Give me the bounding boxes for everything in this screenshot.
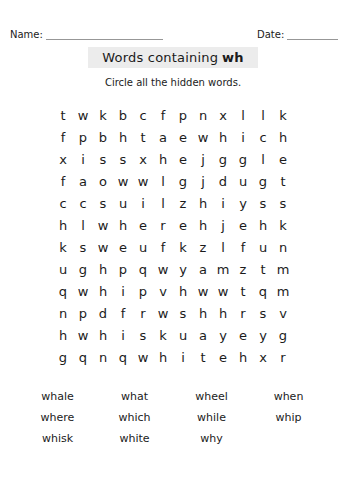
word-list-item: wheel bbox=[173, 386, 250, 407]
grid-cell-r7c9[interactable]: l bbox=[213, 236, 233, 258]
grid-cell-r3c3[interactable]: s bbox=[93, 148, 113, 170]
grid-cell-r10c4[interactable]: f bbox=[113, 302, 133, 324]
grid-cell-r12c2[interactable]: q bbox=[73, 346, 93, 368]
grid-cell-r9c3[interactable]: h bbox=[93, 280, 113, 302]
grid-cell-r7c1[interactable]: k bbox=[53, 236, 73, 258]
grid-cell-r4c5[interactable]: w bbox=[133, 170, 153, 192]
grid-cell-r8c10[interactable]: z bbox=[233, 258, 253, 280]
grid-cell-r2c11[interactable]: c bbox=[253, 126, 273, 148]
grid-cell-r1c12[interactable]: k bbox=[273, 104, 293, 126]
grid-cell-r5c1[interactable]: c bbox=[53, 192, 73, 214]
grid-cell-r1c5[interactable]: c bbox=[133, 104, 153, 126]
title-prefix: Words containing bbox=[102, 50, 218, 65]
grid-cell-r3c9[interactable]: g bbox=[213, 148, 233, 170]
grid-cell-r11c11[interactable]: y bbox=[253, 324, 273, 346]
word-list-item: white bbox=[96, 428, 173, 449]
grid-cell-r9c5[interactable]: p bbox=[133, 280, 153, 302]
instruction-text: Circle all the hidden words. bbox=[0, 77, 346, 88]
grid-cell-r8c12[interactable]: m bbox=[273, 258, 293, 280]
grid-cell-r10c8[interactable]: h bbox=[193, 302, 213, 324]
grid-cell-r10c3[interactable]: d bbox=[93, 302, 113, 324]
grid-cell-r9c7[interactable]: h bbox=[173, 280, 193, 302]
grid-cell-r7c2[interactable]: s bbox=[73, 236, 93, 258]
grid-cell-r9c2[interactable]: w bbox=[73, 280, 93, 302]
grid-cell-r6c11[interactable]: h bbox=[253, 214, 273, 236]
grid-cell-r9c6[interactable]: v bbox=[153, 280, 173, 302]
grid-cell-r2c6[interactable]: a bbox=[153, 126, 173, 148]
grid-cell-r5c2[interactable]: c bbox=[73, 192, 93, 214]
grid-cell-r10c11[interactable]: s bbox=[253, 302, 273, 324]
grid-cell-r12c9[interactable]: e bbox=[213, 346, 233, 368]
grid-cell-r7c11[interactable]: u bbox=[253, 236, 273, 258]
date-input-line[interactable] bbox=[287, 28, 338, 40]
grid-cell-r11c6[interactable]: k bbox=[153, 324, 173, 346]
grid-cell-r3c12[interactable]: e bbox=[273, 148, 293, 170]
grid-cell-r5c11[interactable]: s bbox=[253, 192, 273, 214]
grid-cell-r8c11[interactable]: t bbox=[253, 258, 273, 280]
grid-cell-r5c8[interactable]: h bbox=[193, 192, 213, 214]
grid-cell-r6c1[interactable]: h bbox=[53, 214, 73, 236]
grid-cell-r1c6[interactable]: f bbox=[153, 104, 173, 126]
grid-cell-r7c7[interactable]: k bbox=[173, 236, 193, 258]
grid-cell-r12c7[interactable]: i bbox=[173, 346, 193, 368]
grid-cell-r2c8[interactable]: w bbox=[193, 126, 213, 148]
grid-cell-r11c12[interactable]: g bbox=[273, 324, 293, 346]
grid-cell-r8c1[interactable]: u bbox=[53, 258, 73, 280]
word-list-item: where bbox=[19, 407, 96, 428]
grid-cell-r11c3[interactable]: h bbox=[93, 324, 113, 346]
grid-cell-r1c11[interactable]: l bbox=[253, 104, 273, 126]
grid-cell-r12c4[interactable]: q bbox=[113, 346, 133, 368]
grid-cell-r12c3[interactable]: n bbox=[93, 346, 113, 368]
word-list-item: what bbox=[96, 386, 173, 407]
date-field: Date: bbox=[257, 28, 338, 40]
word-list: whalewhatwheelwhenwherewhichwhilewhipwhi… bbox=[19, 386, 327, 449]
page-title: Words containingwh bbox=[88, 47, 257, 68]
grid-cell-r6c4[interactable]: h bbox=[113, 214, 133, 236]
grid-cell-r3c1[interactable]: x bbox=[53, 148, 73, 170]
grid-cell-r3c8[interactable]: j bbox=[193, 148, 213, 170]
grid-cell-r7c12[interactable]: n bbox=[273, 236, 293, 258]
grid-cell-r7c4[interactable]: e bbox=[113, 236, 133, 258]
grid-cell-r4c10[interactable]: u bbox=[233, 170, 253, 192]
grid-cell-r1c1[interactable]: t bbox=[53, 104, 73, 126]
title-bold-wh: wh bbox=[222, 50, 244, 65]
grid-cell-r9c9[interactable]: w bbox=[213, 280, 233, 302]
grid-cell-r6c7[interactable]: e bbox=[173, 214, 193, 236]
grid-cell-r4c9[interactable]: d bbox=[213, 170, 233, 192]
grid-cell-r3c7[interactable]: e bbox=[173, 148, 193, 170]
grid-cell-r5c12[interactable]: s bbox=[273, 192, 293, 214]
grid-cell-r2c3[interactable]: b bbox=[93, 126, 113, 148]
grid-cell-r4c7[interactable]: g bbox=[173, 170, 193, 192]
grid-cell-r1c2[interactable]: w bbox=[73, 104, 93, 126]
name-label: Name: bbox=[10, 29, 43, 40]
grid-cell-r7c3[interactable]: w bbox=[93, 236, 113, 258]
grid-cell-r10c12[interactable]: v bbox=[273, 302, 293, 324]
grid-cell-r3c4[interactable]: s bbox=[113, 148, 133, 170]
grid-cell-r6c3[interactable]: w bbox=[93, 214, 113, 236]
word-list-item: while bbox=[173, 407, 250, 428]
grid-cell-r6c8[interactable]: h bbox=[193, 214, 213, 236]
grid-cell-r3c2[interactable]: i bbox=[73, 148, 93, 170]
grid-cell-r12c8[interactable]: t bbox=[193, 346, 213, 368]
grid-cell-r9c8[interactable]: w bbox=[193, 280, 213, 302]
grid-cell-r2c10[interactable]: i bbox=[233, 126, 253, 148]
grid-cell-r3c6[interactable]: h bbox=[153, 148, 173, 170]
grid-cell-r9c1[interactable]: q bbox=[53, 280, 73, 302]
grid-cell-r10c7[interactable]: s bbox=[173, 302, 193, 324]
grid-cell-r6c12[interactable]: k bbox=[273, 214, 293, 236]
grid-cell-r4c2[interactable]: a bbox=[73, 170, 93, 192]
word-list-item: why bbox=[173, 428, 250, 449]
grid-cell-r5c10[interactable]: y bbox=[233, 192, 253, 214]
date-label: Date: bbox=[257, 29, 284, 40]
grid-cell-r8c4[interactable]: p bbox=[113, 258, 133, 280]
grid-cell-r10c2[interactable]: p bbox=[73, 302, 93, 324]
word-search-grid: twkbcfpnxllkfpbhtaewhichxissxhejgglefaow… bbox=[53, 104, 293, 368]
grid-cell-r2c7[interactable]: e bbox=[173, 126, 193, 148]
grid-cell-r10c1[interactable]: n bbox=[53, 302, 73, 324]
grid-cell-r12c12[interactable]: r bbox=[273, 346, 293, 368]
title-wrap: Words containingwh bbox=[0, 47, 346, 68]
grid-cell-r3c5[interactable]: x bbox=[133, 148, 153, 170]
grid-cell-r1c7[interactable]: p bbox=[173, 104, 193, 126]
grid-cell-r4c3[interactable]: o bbox=[93, 170, 113, 192]
grid-cell-r11c9[interactable]: y bbox=[213, 324, 233, 346]
grid-cell-r5c4[interactable]: u bbox=[113, 192, 133, 214]
grid-cell-r3c10[interactable]: g bbox=[233, 148, 253, 170]
grid-cell-r6c5[interactable]: e bbox=[133, 214, 153, 236]
grid-cell-r1c3[interactable]: k bbox=[93, 104, 113, 126]
grid-cell-r2c12[interactable]: h bbox=[273, 126, 293, 148]
grid-cell-r10c9[interactable]: h bbox=[213, 302, 233, 324]
grid-cell-r9c10[interactable]: t bbox=[233, 280, 253, 302]
grid-cell-r11c5[interactable]: s bbox=[133, 324, 153, 346]
grid-cell-r7c8[interactable]: z bbox=[193, 236, 213, 258]
grid-cell-r11c1[interactable]: h bbox=[53, 324, 73, 346]
grid-cell-r7c5[interactable]: u bbox=[133, 236, 153, 258]
grid-cell-r12c6[interactable]: h bbox=[153, 346, 173, 368]
grid-cell-r12c1[interactable]: g bbox=[53, 346, 73, 368]
grid-cell-r8c3[interactable]: h bbox=[93, 258, 113, 280]
grid-cell-r5c3[interactable]: s bbox=[93, 192, 113, 214]
word-list-item: which bbox=[96, 407, 173, 428]
grid-cell-r2c5[interactable]: t bbox=[133, 126, 153, 148]
grid-cell-r8c8[interactable]: a bbox=[193, 258, 213, 280]
grid-cell-r8c5[interactable]: q bbox=[133, 258, 153, 280]
grid-cell-r9c12[interactable]: m bbox=[273, 280, 293, 302]
grid-cell-r8c7[interactable]: y bbox=[173, 258, 193, 280]
grid-cell-r6c2[interactable]: l bbox=[73, 214, 93, 236]
grid-cell-r3c11[interactable]: l bbox=[253, 148, 273, 170]
grid-cell-r7c10[interactable]: f bbox=[233, 236, 253, 258]
grid-cell-r1c8[interactable]: n bbox=[193, 104, 213, 126]
grid-cell-r11c4[interactable]: i bbox=[113, 324, 133, 346]
word-list-item: when bbox=[250, 386, 327, 407]
grid-cell-r10c6[interactable]: w bbox=[153, 302, 173, 324]
grid-cell-r6c9[interactable]: j bbox=[213, 214, 233, 236]
grid-cell-r1c9[interactable]: x bbox=[213, 104, 233, 126]
name-input-line[interactable] bbox=[46, 28, 163, 40]
grid-cell-r2c4[interactable]: h bbox=[113, 126, 133, 148]
grid-cell-r11c7[interactable]: u bbox=[173, 324, 193, 346]
grid-cell-r4c12[interactable]: t bbox=[273, 170, 293, 192]
grid-cell-r5c9[interactable]: i bbox=[213, 192, 233, 214]
grid-cell-r6c10[interactable]: e bbox=[233, 214, 253, 236]
grid-cell-r12c10[interactable]: h bbox=[233, 346, 253, 368]
word-list-item: whip bbox=[250, 407, 327, 428]
grid-cell-r9c4[interactable]: i bbox=[113, 280, 133, 302]
grid-cell-r4c1[interactable]: f bbox=[53, 170, 73, 192]
grid-cell-r8c2[interactable]: g bbox=[73, 258, 93, 280]
word-list-item: whale bbox=[19, 386, 96, 407]
grid-cell-r11c10[interactable]: e bbox=[233, 324, 253, 346]
grid-cell-r1c4[interactable]: b bbox=[113, 104, 133, 126]
worksheet-page: Name: Date: Words containingwh Circle al… bbox=[0, 0, 346, 500]
grid-cell-r2c1[interactable]: f bbox=[53, 126, 73, 148]
grid-cell-r6c6[interactable]: r bbox=[153, 214, 173, 236]
grid-cell-r2c2[interactable]: p bbox=[73, 126, 93, 148]
grid-cell-r4c8[interactable]: j bbox=[193, 170, 213, 192]
grid-cell-r4c11[interactable]: g bbox=[253, 170, 273, 192]
grid-cell-r11c8[interactable]: a bbox=[193, 324, 213, 346]
grid-cell-r10c5[interactable]: r bbox=[133, 302, 153, 324]
grid-cell-r5c5[interactable]: i bbox=[133, 192, 153, 214]
word-list-item: whisk bbox=[19, 428, 96, 449]
name-field: Name: bbox=[10, 28, 163, 40]
grid-cell-r5c7[interactable]: z bbox=[173, 192, 193, 214]
grid-cell-r8c9[interactable]: m bbox=[213, 258, 233, 280]
grid-cell-r7c6[interactable]: f bbox=[153, 236, 173, 258]
grid-cell-r10c10[interactable]: r bbox=[233, 302, 253, 324]
grid-cell-r12c11[interactable]: x bbox=[253, 346, 273, 368]
grid-cell-r2c9[interactable]: h bbox=[213, 126, 233, 148]
grid-cell-r4c6[interactable]: l bbox=[153, 170, 173, 192]
grid-cell-r1c10[interactable]: l bbox=[233, 104, 253, 126]
grid-cell-r4c4[interactable]: w bbox=[113, 170, 133, 192]
grid-cell-r8c6[interactable]: w bbox=[153, 258, 173, 280]
grid-cell-r12c5[interactable]: w bbox=[133, 346, 153, 368]
grid-cell-r5c6[interactable]: l bbox=[153, 192, 173, 214]
grid-cell-r9c11[interactable]: q bbox=[253, 280, 273, 302]
grid-cell-r11c2[interactable]: w bbox=[73, 324, 93, 346]
